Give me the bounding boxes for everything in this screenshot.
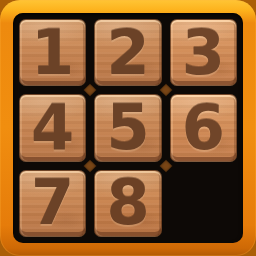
tile-3[interactable]: 3 <box>170 19 237 86</box>
tile-7-number: 7 <box>31 172 74 234</box>
tile-7[interactable]: 7 <box>19 170 86 237</box>
groove-diamond-stud <box>84 159 97 172</box>
tile-5-number: 5 <box>106 97 149 159</box>
tile-2[interactable]: 2 <box>94 19 161 86</box>
tile-1[interactable]: 1 <box>19 19 86 86</box>
tile-1-number: 1 <box>31 22 74 84</box>
groove-diamond-stud <box>84 84 97 97</box>
groove-diamond-stud <box>159 159 172 172</box>
tile-2-number: 2 <box>106 22 149 84</box>
tile-6-number: 6 <box>182 97 225 159</box>
tile-8[interactable]: 8 <box>94 170 161 237</box>
groove-diamond-stud <box>159 84 172 97</box>
tile-3-number: 3 <box>182 22 225 84</box>
tile-8-number: 8 <box>106 172 149 234</box>
empty-cell <box>170 170 237 237</box>
tile-4-number: 4 <box>31 97 74 159</box>
puzzle-board: 1 2 3 4 5 6 7 8 <box>13 13 243 243</box>
tile-4[interactable]: 4 <box>19 94 86 161</box>
tile-5[interactable]: 5 <box>94 94 161 161</box>
tile-6[interactable]: 6 <box>170 94 237 161</box>
